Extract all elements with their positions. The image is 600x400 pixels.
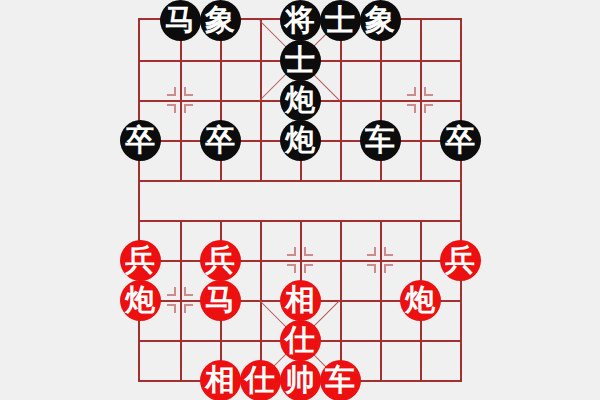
- point-marker-icon: [384, 264, 393, 273]
- black-horse[interactable]: 马: [160, 0, 201, 41]
- board-cell: [340, 60, 380, 100]
- red-elephant[interactable]: 相: [200, 360, 241, 400]
- point-marker-icon: [407, 87, 416, 96]
- point-marker-icon: [367, 264, 376, 273]
- point-marker-icon: [287, 264, 296, 273]
- black-elephant[interactable]: 象: [360, 0, 401, 41]
- point-marker-icon: [184, 304, 193, 313]
- black-chariot[interactable]: 车: [360, 120, 401, 161]
- black-cannon[interactable]: 炮: [280, 120, 321, 161]
- board-cell: [420, 180, 460, 220]
- red-horse[interactable]: 马: [200, 280, 241, 321]
- point-marker-icon: [184, 87, 193, 96]
- point-marker-icon: [367, 247, 376, 256]
- point-marker-icon: [184, 287, 193, 296]
- point-marker-icon: [167, 104, 176, 113]
- board-cell: [140, 340, 180, 380]
- black-soldier[interactable]: 卒: [200, 120, 241, 161]
- board-cell: [180, 180, 220, 220]
- black-soldier[interactable]: 卒: [120, 120, 161, 161]
- point-marker-icon: [167, 304, 176, 313]
- point-marker-icon: [167, 87, 176, 96]
- red-soldier[interactable]: 兵: [120, 240, 161, 281]
- board-cell: [380, 340, 420, 380]
- black-advisor[interactable]: 士: [320, 0, 361, 41]
- board-cell: [340, 300, 380, 340]
- board-cell: [420, 340, 460, 380]
- point-marker-icon: [167, 287, 176, 296]
- black-elephant[interactable]: 象: [200, 0, 241, 41]
- red-cannon[interactable]: 炮: [120, 280, 161, 321]
- point-marker-icon: [384, 247, 393, 256]
- board-cell: [140, 180, 180, 220]
- point-marker-icon: [304, 247, 313, 256]
- red-advisor[interactable]: 仕: [240, 360, 281, 400]
- point-marker-icon: [304, 264, 313, 273]
- board-cell: [260, 180, 300, 220]
- black-advisor[interactable]: 士: [280, 40, 321, 81]
- black-soldier[interactable]: 卒: [440, 120, 481, 161]
- red-cannon[interactable]: 炮: [400, 280, 441, 321]
- red-general[interactable]: 帅: [280, 360, 321, 400]
- board-cell: [340, 180, 380, 220]
- black-general[interactable]: 将: [280, 0, 321, 41]
- board-cell: [380, 180, 420, 220]
- point-marker-icon: [287, 247, 296, 256]
- red-chariot[interactable]: 车: [320, 360, 361, 400]
- red-advisor[interactable]: 仕: [280, 320, 321, 361]
- board-cell: [420, 20, 460, 60]
- board-cell: [220, 60, 260, 100]
- xiangqi-board: 马象将士象士炮卒卒炮车卒兵兵兵炮马相炮仕相仕帅车: [0, 0, 600, 400]
- point-marker-icon: [184, 104, 193, 113]
- red-soldier[interactable]: 兵: [200, 240, 241, 281]
- point-marker-icon: [424, 104, 433, 113]
- black-cannon[interactable]: 炮: [280, 80, 321, 121]
- red-soldier[interactable]: 兵: [440, 240, 481, 281]
- red-elephant[interactable]: 相: [280, 280, 321, 321]
- point-marker-icon: [407, 104, 416, 113]
- board-cell: [300, 180, 340, 220]
- point-marker-icon: [424, 87, 433, 96]
- board-cell: [220, 180, 260, 220]
